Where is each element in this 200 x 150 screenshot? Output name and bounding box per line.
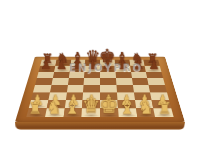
piece-black-pawn[interactable]: ♟ xyxy=(148,59,159,71)
square-b1[interactable]: ♞ xyxy=(45,108,65,117)
piece-white-knight[interactable]: ♞ xyxy=(138,99,154,117)
piece-white-queen[interactable]: ♛ xyxy=(82,96,100,117)
piece-white-rook[interactable]: ♜ xyxy=(157,101,171,117)
piece-white-bishop[interactable]: ♝ xyxy=(119,98,136,117)
square-g1[interactable]: ♞ xyxy=(136,108,156,117)
piece-white-king[interactable]: ♚ xyxy=(99,94,119,117)
watermark-text: ENJOYPRO xyxy=(64,62,148,73)
piece-white-bishop[interactable]: ♝ xyxy=(64,98,81,117)
square-e1[interactable]: ♚ xyxy=(100,108,118,117)
square-a1[interactable]: ♜ xyxy=(26,108,46,117)
piece-black-pawn[interactable]: ♟ xyxy=(41,59,52,71)
square-f1[interactable]: ♝ xyxy=(118,108,137,117)
piece-white-knight[interactable]: ♞ xyxy=(46,99,62,117)
board-edge xyxy=(15,122,185,130)
photo-background: ♜♞♝♛♚♝♞♜♟♟♟♟♟♟♟♟♟♟♟♟♟♟♟♟♜♞♝♛♚♝♞♜ ENJOYPR… xyxy=(0,0,200,150)
square-d1[interactable]: ♛ xyxy=(82,108,100,117)
square-c1[interactable]: ♝ xyxy=(63,108,82,117)
square-h1[interactable]: ♜ xyxy=(153,108,173,117)
piece-white-rook[interactable]: ♜ xyxy=(29,101,43,117)
chessboard: ♜♞♝♛♚♝♞♜♟♟♟♟♟♟♟♟♟♟♟♟♟♟♟♟♜♞♝♛♚♝♞♜ xyxy=(6,36,194,128)
